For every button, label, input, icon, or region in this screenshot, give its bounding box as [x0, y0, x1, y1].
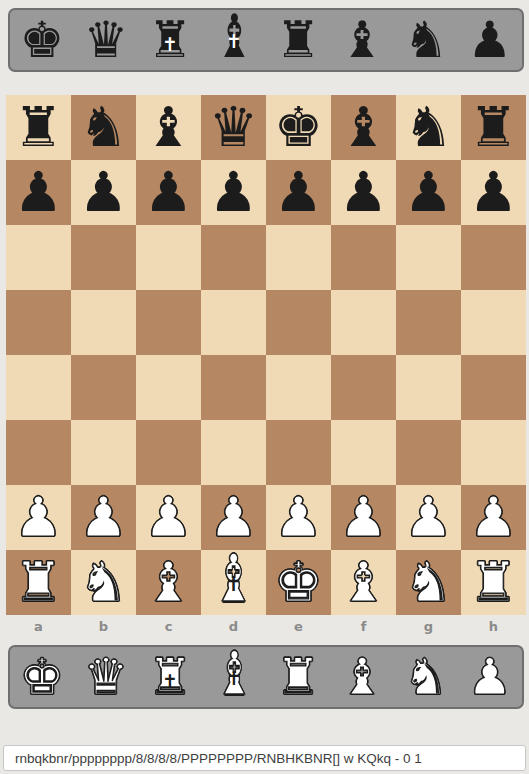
black-king: ♚ [20, 15, 65, 65]
square-e2[interactable]: ♟ [266, 485, 331, 550]
white-king: ♚ [20, 652, 65, 702]
square-h3[interactable] [461, 420, 526, 485]
white-pawn: ♟ [79, 490, 128, 545]
white-piece-palette: ♚♛♜✝♝✝♜♝♞♟ [8, 645, 524, 709]
black-rook: ♜ [14, 100, 63, 155]
black-bishop: ♝ [339, 100, 388, 155]
black-piece-palette: ♚♛♜✝♝✝♜♝♞♟ [8, 8, 524, 72]
white-pawn: ♟ [209, 490, 258, 545]
square-h2[interactable]: ♟ [461, 485, 526, 550]
square-f2[interactable]: ♟ [331, 485, 396, 550]
white-bishop: ♝ [144, 555, 193, 610]
square-b1[interactable]: ♞ [71, 550, 136, 615]
palette-white-pawn-button[interactable]: ♟ [458, 647, 522, 707]
black-hawk: ♝✝ [212, 15, 257, 65]
white-hawk: ♝✝ [209, 555, 258, 610]
palette-black-bishop-button[interactable]: ♝ [330, 10, 394, 70]
square-c8[interactable]: ♝ [136, 95, 201, 160]
square-d3[interactable] [201, 420, 266, 485]
white-rook: ♜ [276, 652, 321, 702]
file-label-e: e [266, 616, 331, 640]
square-e1[interactable]: ♚ [266, 550, 331, 615]
white-knight: ♞ [404, 555, 453, 610]
black-pawn: ♟ [79, 165, 128, 220]
palette-white-rook-button[interactable]: ♜ [266, 647, 330, 707]
square-a1[interactable]: ♜ [6, 550, 71, 615]
square-f7[interactable]: ♟ [331, 160, 396, 225]
square-a4[interactable] [6, 355, 71, 420]
palette-black-king-button[interactable]: ♚ [10, 10, 74, 70]
black-pawn: ♟ [339, 165, 388, 220]
square-a6[interactable] [6, 225, 71, 290]
square-b4[interactable] [71, 355, 136, 420]
black-pawn: ♟ [14, 165, 63, 220]
square-a7[interactable]: ♟ [6, 160, 71, 225]
square-c7[interactable]: ♟ [136, 160, 201, 225]
square-b8[interactable]: ♞ [71, 95, 136, 160]
square-a2[interactable]: ♟ [6, 485, 71, 550]
palette-white-bishop-button[interactable]: ♝ [330, 647, 394, 707]
square-g6[interactable] [396, 225, 461, 290]
black-knight: ♞ [404, 100, 453, 155]
white-knight: ♞ [79, 555, 128, 610]
black-bishop: ♝ [144, 100, 193, 155]
black-pawn: ♟ [209, 165, 258, 220]
square-e3[interactable] [266, 420, 331, 485]
white-pawn: ♟ [339, 490, 388, 545]
black-pawn: ♟ [144, 165, 193, 220]
square-h4[interactable] [461, 355, 526, 420]
square-b6[interactable] [71, 225, 136, 290]
palette-black-pawn-button[interactable]: ♟ [458, 10, 522, 70]
white-pawn: ♟ [404, 490, 453, 545]
white-knight: ♞ [404, 652, 449, 702]
palette-black-hawk-button[interactable]: ♝✝ [202, 10, 266, 70]
square-e6[interactable] [266, 225, 331, 290]
square-h6[interactable] [461, 225, 526, 290]
file-label-f: f [331, 616, 396, 640]
square-g7[interactable]: ♟ [396, 160, 461, 225]
square-b2[interactable]: ♟ [71, 485, 136, 550]
square-e7[interactable]: ♟ [266, 160, 331, 225]
square-a5[interactable] [6, 290, 71, 355]
palette-black-rook-button[interactable]: ♜ [266, 10, 330, 70]
square-c3[interactable] [136, 420, 201, 485]
square-d8[interactable]: ♛ [201, 95, 266, 160]
square-d6[interactable] [201, 225, 266, 290]
black-tower: ♜✝ [148, 15, 193, 65]
square-f3[interactable] [331, 420, 396, 485]
square-c4[interactable] [136, 355, 201, 420]
square-f1[interactable]: ♝ [331, 550, 396, 615]
board-editor: ♚♛♜✝♝✝♜♝♞♟ ♜♞♝♛♚♝♞♜♟♟♟♟♟♟♟♟♟♟♟♟♟♟♟♟♜♞♝♝✝… [0, 0, 529, 774]
square-b7[interactable]: ♟ [71, 160, 136, 225]
square-d7[interactable]: ♟ [201, 160, 266, 225]
square-c1[interactable]: ♝ [136, 550, 201, 615]
white-pawn: ♟ [469, 490, 518, 545]
square-h8[interactable]: ♜ [461, 95, 526, 160]
square-c6[interactable] [136, 225, 201, 290]
black-pawn: ♟ [468, 15, 513, 65]
black-pawn: ♟ [469, 165, 518, 220]
black-rook: ♜ [276, 15, 321, 65]
black-king: ♚ [274, 100, 323, 155]
square-b5[interactable] [71, 290, 136, 355]
square-h5[interactable] [461, 290, 526, 355]
black-pawn: ♟ [404, 165, 453, 220]
palette-white-king-button[interactable]: ♚ [10, 647, 74, 707]
palette-black-knight-button[interactable]: ♞ [394, 10, 458, 70]
palette-white-hawk-button[interactable]: ♝✝ [202, 647, 266, 707]
square-g3[interactable] [396, 420, 461, 485]
file-label-b: b [71, 616, 136, 640]
file-label-a: a [6, 616, 71, 640]
white-rook: ♜ [469, 555, 518, 610]
black-pawn: ♟ [274, 165, 323, 220]
black-queen: ♛ [84, 15, 129, 65]
square-d4[interactable] [201, 355, 266, 420]
white-bishop: ♝ [340, 652, 385, 702]
black-bishop: ♝ [340, 15, 385, 65]
white-hawk: ♝✝ [212, 652, 257, 702]
square-e4[interactable] [266, 355, 331, 420]
white-tower: ♜✝ [148, 652, 193, 702]
black-rook: ♜ [469, 100, 518, 155]
square-f5[interactable] [331, 290, 396, 355]
palette-black-queen-button[interactable]: ♛ [74, 10, 138, 70]
square-g1[interactable]: ♞ [396, 550, 461, 615]
chess-board: ♜♞♝♛♚♝♞♜♟♟♟♟♟♟♟♟♟♟♟♟♟♟♟♟♜♞♝♝✝♚♝♞♜ [6, 95, 526, 615]
square-g8[interactable]: ♞ [396, 95, 461, 160]
square-e8[interactable]: ♚ [266, 95, 331, 160]
square-g5[interactable] [396, 290, 461, 355]
square-c2[interactable]: ♟ [136, 485, 201, 550]
white-queen: ♛ [84, 652, 129, 702]
square-a8[interactable]: ♜ [6, 95, 71, 160]
square-e5[interactable] [266, 290, 331, 355]
square-f6[interactable] [331, 225, 396, 290]
white-pawn: ♟ [144, 490, 193, 545]
white-king: ♚ [274, 555, 323, 610]
black-knight: ♞ [79, 100, 128, 155]
file-label-c: c [136, 616, 201, 640]
white-pawn: ♟ [468, 652, 513, 702]
fen-input[interactable] [3, 745, 526, 771]
square-d5[interactable] [201, 290, 266, 355]
white-pawn: ♟ [14, 490, 63, 545]
palette-white-queen-button[interactable]: ♛ [74, 647, 138, 707]
square-a3[interactable] [6, 420, 71, 485]
square-h1[interactable]: ♜ [461, 550, 526, 615]
palette-white-knight-button[interactable]: ♞ [394, 647, 458, 707]
file-labels: abcdefgh [6, 616, 526, 640]
file-label-h: h [461, 616, 526, 640]
square-d1[interactable]: ♝✝ [201, 550, 266, 615]
file-label-d: d [201, 616, 266, 640]
palette-white-tower-button[interactable]: ♜✝ [138, 647, 202, 707]
square-f4[interactable] [331, 355, 396, 420]
black-knight: ♞ [404, 15, 449, 65]
white-bishop: ♝ [339, 555, 388, 610]
square-g4[interactable] [396, 355, 461, 420]
black-queen: ♛ [209, 100, 258, 155]
white-rook: ♜ [14, 555, 63, 610]
square-h7[interactable]: ♟ [461, 160, 526, 225]
square-b3[interactable] [71, 420, 136, 485]
palette-black-tower-button[interactable]: ♜✝ [138, 10, 202, 70]
file-label-g: g [396, 616, 461, 640]
square-c5[interactable] [136, 290, 201, 355]
white-pawn: ♟ [274, 490, 323, 545]
square-g2[interactable]: ♟ [396, 485, 461, 550]
square-f8[interactable]: ♝ [331, 95, 396, 160]
